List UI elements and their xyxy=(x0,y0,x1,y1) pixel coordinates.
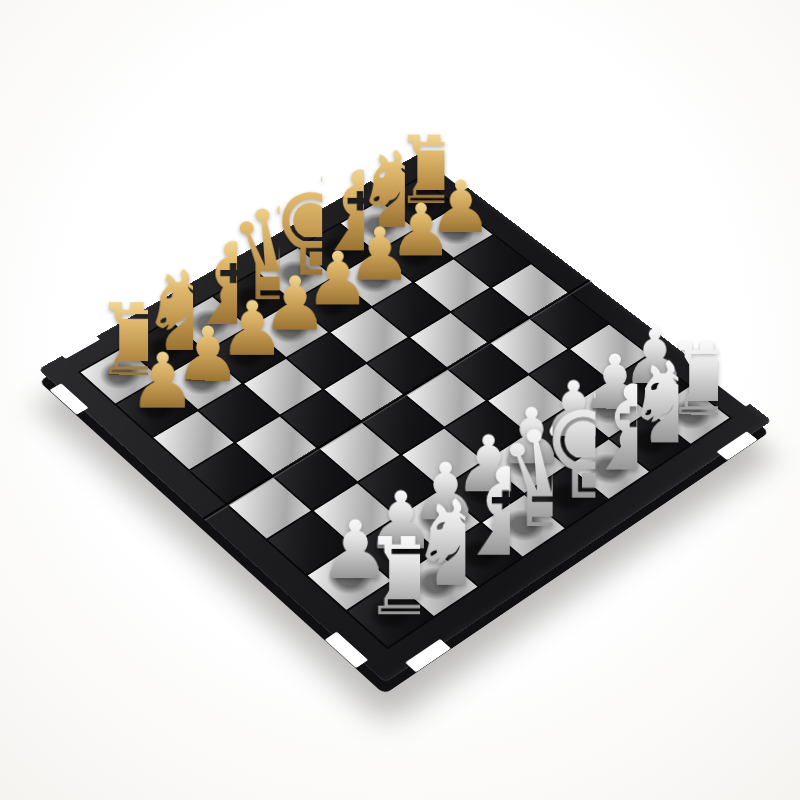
board-squares: ♜♞♝♛♚♝♞♜♟♟♟♟♟♟♟♟♟♟♟♟♟♟♟♟♜♞♝♛♚♝♞♜ xyxy=(78,177,733,650)
chessboard: ♜♞♝♛♚♝♞♜♟♟♟♟♟♟♟♟♟♟♟♟♟♟♟♟♜♞♝♛♚♝♞♜ xyxy=(38,152,772,683)
gold-pawn: ♟ xyxy=(128,343,184,420)
silver-rook: ♜ xyxy=(360,524,420,631)
board-frame: ♜♞♝♛♚♝♞♜♟♟♟♟♟♟♟♟♟♟♟♟♟♟♟♟♜♞♝♛♚♝♞♜ xyxy=(38,152,772,683)
photo-backdrop: ♜♞♝♛♚♝♞♜♟♟♟♟♟♟♟♟♟♟♟♟♟♟♟♟♜♞♝♛♚♝♞♜ xyxy=(0,0,800,800)
square-a1[interactable]: ♜ xyxy=(348,582,432,647)
